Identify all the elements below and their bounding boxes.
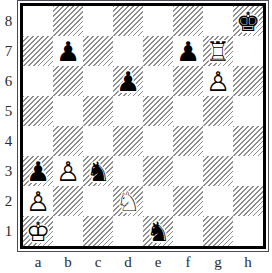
piece-halo: ♞ (143, 216, 173, 246)
file-label-c: c (83, 252, 113, 272)
file-labels: abcdefgh (23, 252, 263, 272)
square-e2 (143, 186, 173, 216)
square-d3 (113, 156, 143, 186)
square-d6: ♟♟ (113, 66, 143, 96)
piece-halo: ♞ (113, 186, 143, 216)
piece-white-knight-d2: ♘ (113, 186, 143, 216)
piece-white-pawn-a2: ♙ (23, 186, 53, 216)
square-h4 (233, 126, 263, 156)
rank-label-3: 3 (0, 156, 17, 186)
piece-black-pawn-f7: ♟ (173, 36, 203, 66)
board-grid: ♚♚♟♟♟♟♜♖♟♟♟♙♟♟♟♙♞♞♟♙♞♘♚♔♞♞ (23, 6, 263, 246)
square-h6 (233, 66, 263, 96)
square-f5 (173, 96, 203, 126)
file-label-a: a (23, 252, 53, 272)
square-c4 (83, 126, 113, 156)
square-h8: ♚♚ (233, 6, 263, 36)
piece-halo: ♟ (113, 66, 143, 96)
square-c8 (83, 6, 113, 36)
square-d5 (113, 96, 143, 126)
square-a6 (23, 66, 53, 96)
piece-halo: ♜ (203, 36, 233, 66)
square-e7 (143, 36, 173, 66)
chess-diagram: 87654321 ♚♚♟♟♟♟♜♖♟♟♟♙♟♟♟♙♞♞♟♙♞♘♚♔♞♞ abcd… (0, 0, 272, 273)
piece-black-knight-c3: ♞ (83, 156, 113, 186)
square-d2: ♞♘ (113, 186, 143, 216)
piece-halo: ♟ (23, 186, 53, 216)
square-a8 (23, 6, 53, 36)
square-f3 (173, 156, 203, 186)
piece-black-pawn-b7: ♟ (53, 36, 83, 66)
chess-board: ♚♚♟♟♟♟♜♖♟♟♟♙♟♟♟♙♞♞♟♙♞♘♚♔♞♞ (17, 0, 269, 252)
piece-halo: ♟ (23, 156, 53, 186)
piece-black-knight-e1: ♞ (143, 216, 173, 246)
square-b3: ♟♙ (53, 156, 83, 186)
square-f2 (173, 186, 203, 216)
square-h2 (233, 186, 263, 216)
file-label-b: b (53, 252, 83, 272)
square-b5 (53, 96, 83, 126)
square-d7 (113, 36, 143, 66)
square-g7: ♜♖ (203, 36, 233, 66)
square-g6: ♟♙ (203, 66, 233, 96)
square-g3 (203, 156, 233, 186)
square-d4 (113, 126, 143, 156)
square-c2 (83, 186, 113, 216)
square-a3: ♟♟ (23, 156, 53, 186)
square-f8 (173, 6, 203, 36)
piece-white-king-a1: ♔ (23, 216, 53, 246)
piece-black-king-h8: ♚ (233, 6, 263, 36)
piece-halo: ♚ (233, 6, 263, 36)
square-a4 (23, 126, 53, 156)
square-a2: ♟♙ (23, 186, 53, 216)
square-c1 (83, 216, 113, 246)
piece-halo: ♟ (173, 36, 203, 66)
file-label-f: f (173, 252, 203, 272)
board-border: ♚♚♟♟♟♟♜♖♟♟♟♙♟♟♟♙♞♞♟♙♞♘♚♔♞♞ (20, 3, 266, 249)
square-b6 (53, 66, 83, 96)
rank-label-7: 7 (0, 36, 17, 66)
piece-white-pawn-g6: ♙ (203, 66, 233, 96)
square-h1 (233, 216, 263, 246)
square-e1: ♞♞ (143, 216, 173, 246)
file-label-e: e (143, 252, 173, 272)
square-c3: ♞♞ (83, 156, 113, 186)
square-f7: ♟♟ (173, 36, 203, 66)
square-b4 (53, 126, 83, 156)
square-e8 (143, 6, 173, 36)
square-c7 (83, 36, 113, 66)
square-b8 (53, 6, 83, 36)
square-h5 (233, 96, 263, 126)
file-label-d: d (113, 252, 143, 272)
square-e5 (143, 96, 173, 126)
rank-label-4: 4 (0, 126, 17, 156)
square-c5 (83, 96, 113, 126)
piece-halo: ♟ (203, 66, 233, 96)
piece-halo: ♞ (83, 156, 113, 186)
square-g4 (203, 126, 233, 156)
square-e3 (143, 156, 173, 186)
square-b1 (53, 216, 83, 246)
square-h7 (233, 36, 263, 66)
square-e4 (143, 126, 173, 156)
square-a7 (23, 36, 53, 66)
square-g1 (203, 216, 233, 246)
square-a1: ♚♔ (23, 216, 53, 246)
piece-black-pawn-a3: ♟ (23, 156, 53, 186)
piece-white-pawn-b3: ♙ (53, 156, 83, 186)
square-g2 (203, 186, 233, 216)
file-label-h: h (233, 252, 263, 272)
rank-label-1: 1 (0, 216, 17, 246)
rank-label-5: 5 (0, 96, 17, 126)
square-a5 (23, 96, 53, 126)
square-g8 (203, 6, 233, 36)
rank-label-2: 2 (0, 186, 17, 216)
square-d8 (113, 6, 143, 36)
rank-labels: 87654321 (0, 6, 17, 246)
piece-white-rook-g7: ♖ (203, 36, 233, 66)
piece-halo: ♚ (23, 216, 53, 246)
square-f4 (173, 126, 203, 156)
square-f1 (173, 216, 203, 246)
piece-black-pawn-d6: ♟ (113, 66, 143, 96)
square-f6 (173, 66, 203, 96)
square-b7: ♟♟ (53, 36, 83, 66)
piece-halo: ♟ (53, 36, 83, 66)
piece-halo: ♟ (53, 156, 83, 186)
square-e6 (143, 66, 173, 96)
square-b2 (53, 186, 83, 216)
square-d1 (113, 216, 143, 246)
rank-label-8: 8 (0, 6, 17, 36)
square-g5 (203, 96, 233, 126)
square-c6 (83, 66, 113, 96)
square-h3 (233, 156, 263, 186)
file-label-g: g (203, 252, 233, 272)
rank-label-6: 6 (0, 66, 17, 96)
